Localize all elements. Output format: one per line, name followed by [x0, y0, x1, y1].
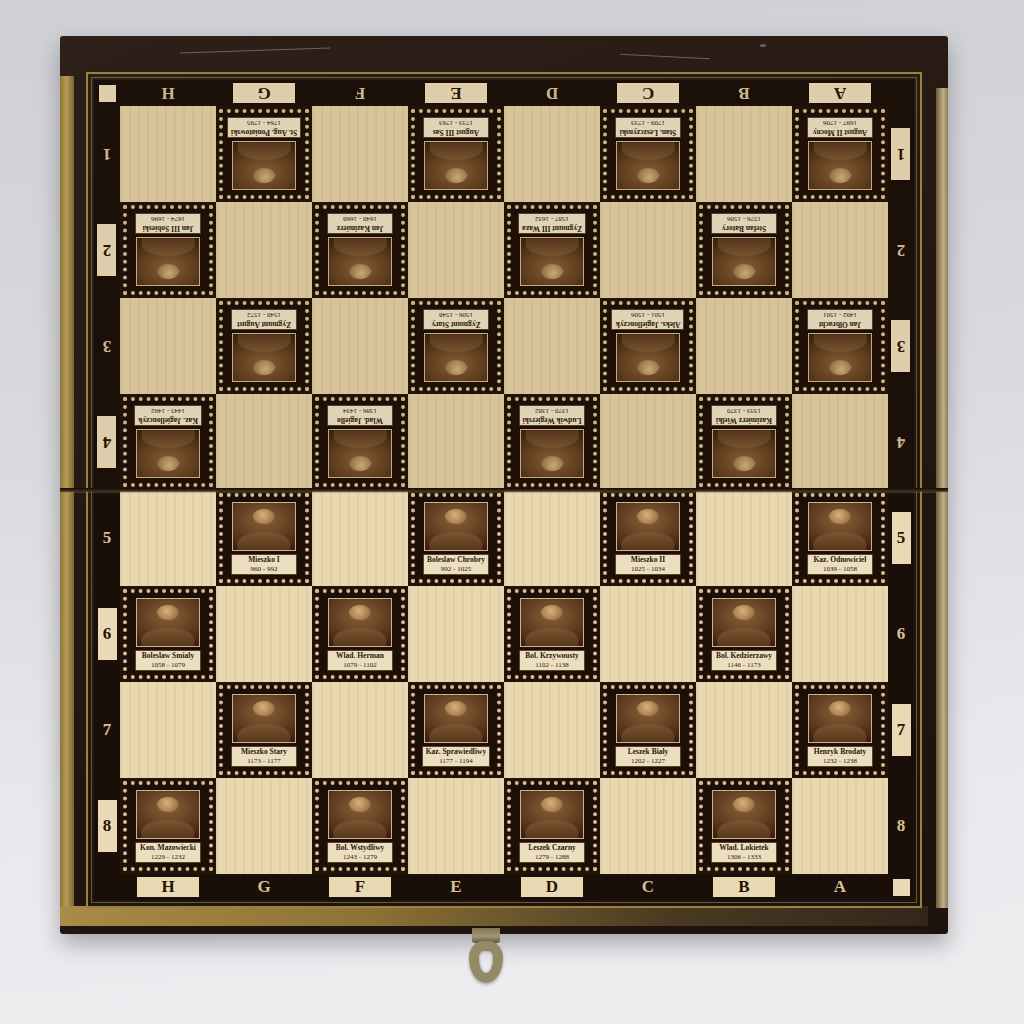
portrait-label: Mieszko I960 - 992 — [231, 554, 297, 575]
ornamental-frame: Boleslaw Smialy1058 - 1079 — [123, 589, 213, 679]
ornamental-frame: Boleslaw Chrobry992 - 1025 — [411, 493, 501, 583]
file-label-top-d: D — [504, 80, 600, 106]
king-portrait-f6 — [328, 598, 392, 647]
portrait-name: Jan Kazimierz — [331, 223, 389, 232]
king-portrait-d4 — [520, 429, 584, 478]
file-label-text: A — [834, 83, 846, 103]
portrait-label: Jan III Sobieski1674 - 1696 — [135, 213, 201, 234]
file-label-text: B — [738, 877, 749, 897]
file-label-bottom-h: H — [120, 874, 216, 900]
portrait-years: 1306 - 1333 — [715, 853, 773, 861]
portrait-years: 1146 - 1173 — [715, 661, 773, 669]
file-label-plate: F — [329, 877, 391, 897]
portrait-label: Aleks. Jagiellonczyk1501 - 1506 — [612, 309, 685, 330]
square-e8[interactable] — [408, 778, 504, 874]
square-c1[interactable]: Stan. Leszczynski1709 - 1733 — [600, 106, 696, 202]
square-h4[interactable]: Kaz. Jagiellonczyk1445 - 1492 — [120, 394, 216, 490]
portrait-content-h6: Boleslaw Smialy1058 - 1079 — [120, 586, 216, 682]
portrait-label: Bol. Krzywousty1102 - 1138 — [519, 650, 585, 671]
rank-label-text: 2 — [897, 240, 906, 260]
square-d7[interactable] — [504, 682, 600, 778]
square-e6[interactable] — [408, 586, 504, 682]
portrait-content-d8: Leszek Czarny1279 - 1288 — [504, 778, 600, 874]
portrait-label: Stefan Batory1576 - 1586 — [711, 213, 777, 234]
rank-label-text: 5 — [103, 528, 112, 548]
portrait-name: Kaz. Sprawiedliwy — [426, 748, 486, 757]
square-d2[interactable]: Zygmunt III Waza1587 - 1632 — [504, 202, 600, 298]
rank-label-right-8: 8 — [888, 778, 914, 874]
portrait-content-d2: Zygmunt III Waza1587 - 1632 — [504, 202, 600, 298]
board-corner-top-left — [94, 80, 120, 106]
portrait-label: Wlad. Jagiello1386 - 1434 — [327, 405, 393, 426]
square-d8[interactable]: Leszek Czarny1279 - 1288 — [504, 778, 600, 874]
rank-label-text: 7 — [897, 720, 906, 740]
portrait-name: Boleslaw Chrobry — [427, 556, 485, 565]
square-b1[interactable] — [696, 106, 792, 202]
file-label-text: E — [450, 877, 461, 897]
chess-board: HGFEDCBA1St. Aug. Poniatowski1764 - 1795… — [60, 36, 948, 934]
ornamental-frame: Mieszko Stary1173 - 1177 — [219, 685, 309, 775]
rank-label-left-2: 2 — [94, 202, 120, 298]
portrait-name: Ludwik Wegierski — [523, 415, 582, 424]
square-e1[interactable]: August III Sas1733 - 1763 — [408, 106, 504, 202]
gold-edge-left — [60, 76, 74, 924]
portrait-label: August III Sas1733 - 1763 — [423, 117, 489, 138]
square-b7[interactable] — [696, 682, 792, 778]
portrait-label: Kaz. Sprawiedliwy1177 - 1194 — [422, 746, 490, 767]
file-label-text: C — [642, 83, 654, 103]
file-label-text: G — [257, 877, 270, 897]
rank-label-left-1: 1 — [94, 106, 120, 202]
portrait-years: 1177 - 1194 — [426, 757, 486, 765]
square-f6[interactable]: Wlad. Herman1079 - 1102 — [312, 586, 408, 682]
square-d3[interactable] — [504, 298, 600, 394]
portrait-name: Bol. Kedzierzawy — [715, 652, 773, 661]
clasp-ring — [469, 941, 503, 983]
square-h2[interactable]: Jan III Sobieski1674 - 1696 — [120, 202, 216, 298]
king-portrait-g7 — [232, 694, 296, 743]
file-label-text: D — [546, 877, 558, 897]
ornamental-frame: Jan Kazimierz1648 - 1668 — [315, 205, 405, 295]
board-side-edge — [936, 88, 948, 908]
portrait-content-b6: Bol. Kedzierzawy1146 - 1173 — [696, 586, 792, 682]
rank-label-text: 5 — [897, 528, 906, 548]
portrait-name: Mieszko I — [235, 556, 293, 565]
rank-label-text: 6 — [897, 624, 906, 644]
portrait-years: 1506 - 1548 — [427, 311, 485, 319]
portrait-label: Zygmunt August1548 - 1572 — [231, 309, 297, 330]
portrait-name: August III Sas — [427, 127, 485, 136]
portrait-content-b4: Kazimierz Wielki1333 - 1370 — [696, 394, 792, 490]
square-b2[interactable]: Stefan Batory1576 - 1586 — [696, 202, 792, 298]
rank-label-plate: 4 — [98, 416, 117, 468]
portrait-years: 1243 - 1279 — [331, 853, 389, 861]
king-portrait-g3 — [232, 333, 296, 382]
portrait-years: 1648 - 1668 — [331, 215, 389, 223]
board-field: HGFEDCBA1St. Aug. Poniatowski1764 - 1795… — [94, 80, 914, 900]
ornamental-frame: Leszek Czarny1279 - 1288 — [507, 781, 597, 871]
square-d1[interactable] — [504, 106, 600, 202]
rank-label-text: 2 — [103, 240, 112, 260]
king-portrait-c1 — [616, 141, 680, 190]
portrait-label: Leszek Czarny1279 - 1288 — [519, 842, 585, 863]
file-label-bottom-c: C — [600, 874, 696, 900]
ornamental-frame: Kon. Mazowiecki1229 - 1232 — [123, 781, 213, 871]
square-a7[interactable]: Henryk Brodaty1232 - 1238 — [792, 682, 888, 778]
portrait-label: Kaz. Jagiellonczyk1445 - 1492 — [134, 405, 202, 426]
portrait-content-h2: Jan III Sobieski1674 - 1696 — [120, 202, 216, 298]
file-label-bottom-d: D — [504, 874, 600, 900]
rank-label-plate: 3 — [892, 320, 911, 372]
file-label-top-a: A — [792, 80, 888, 106]
portrait-name: Leszek Bialy — [619, 748, 677, 757]
file-label-plate: D — [521, 877, 583, 897]
portrait-content-f6: Wlad. Herman1079 - 1102 — [312, 586, 408, 682]
ornamental-frame: Henryk Brodaty1232 - 1238 — [795, 685, 885, 775]
square-h7[interactable] — [120, 682, 216, 778]
rank-label-text: 1 — [897, 144, 906, 164]
brass-clasp[interactable] — [466, 928, 506, 994]
ornamental-frame: August III Sas1733 - 1763 — [411, 109, 501, 199]
portrait-name: St. Aug. Poniatowski — [231, 127, 297, 136]
portrait-name: Zygmunt Stary — [427, 319, 485, 328]
portrait-content-a7: Henryk Brodaty1232 - 1238 — [792, 682, 888, 778]
king-portrait-c3 — [616, 333, 680, 382]
ornamental-frame: Bol. Kedzierzawy1146 - 1173 — [699, 589, 789, 679]
portrait-years: 992 - 1025 — [427, 565, 485, 573]
king-portrait-e3 — [424, 333, 488, 382]
square-f1[interactable] — [312, 106, 408, 202]
portrait-content-a1: August II Mocny1697 - 1706 — [792, 106, 888, 202]
rank-label-text: 4 — [897, 432, 906, 452]
square-b4[interactable]: Kazimierz Wielki1333 - 1370 — [696, 394, 792, 490]
portrait-years: 1039 - 1058 — [811, 565, 869, 573]
portrait-years: 1279 - 1288 — [523, 853, 581, 861]
portrait-name: Aleks. Jagiellonczyk — [616, 319, 681, 328]
rank-label-right-7: 7 — [888, 682, 914, 778]
square-h1[interactable] — [120, 106, 216, 202]
portrait-name: Wlad. Lokietek — [715, 844, 773, 853]
file-label-top-b: B — [696, 80, 792, 106]
rank-label-left-3: 3 — [94, 298, 120, 394]
square-e5[interactable]: Boleslaw Chrobry992 - 1025 — [408, 490, 504, 586]
square-d5[interactable] — [504, 490, 600, 586]
portrait-label: Kon. Mazowiecki1229 - 1232 — [135, 842, 201, 863]
portrait-years: 1501 - 1506 — [616, 311, 681, 319]
portrait-label: Zygmunt Stary1506 - 1548 — [423, 309, 489, 330]
file-label-top-h: H — [120, 80, 216, 106]
king-portrait-c7 — [616, 694, 680, 743]
rank-label-right-3: 3 — [888, 298, 914, 394]
portrait-label: Ludwik Wegierski1370 - 1382 — [519, 405, 586, 426]
square-a2[interactable] — [792, 202, 888, 298]
square-a3[interactable]: Jan Olbracht1492 - 1501 — [792, 298, 888, 394]
ornamental-frame: Kaz. Odnowiciel1039 - 1058 — [795, 493, 885, 583]
corner-plate — [893, 879, 910, 896]
portrait-content-h8: Kon. Mazowiecki1229 - 1232 — [120, 778, 216, 874]
portrait-name: Wlad. Herman — [331, 652, 389, 661]
portrait-years: 1025 - 1034 — [619, 565, 677, 573]
square-g1[interactable]: St. Aug. Poniatowski1764 - 1795 — [216, 106, 312, 202]
file-label-plate: C — [617, 83, 679, 103]
square-c6[interactable] — [600, 586, 696, 682]
portrait-name: Jan Olbracht — [811, 319, 869, 328]
portrait-years: 960 - 992 — [235, 565, 293, 573]
square-f8[interactable]: Bol. Wstydliwy1243 - 1279 — [312, 778, 408, 874]
portrait-content-b8: Wlad. Lokietek1306 - 1333 — [696, 778, 792, 874]
king-portrait-a1 — [808, 141, 872, 190]
portrait-label: Bol. Wstydliwy1243 - 1279 — [327, 842, 393, 863]
portrait-label: Bol. Kedzierzawy1146 - 1173 — [711, 650, 777, 671]
portrait-name: Bol. Wstydliwy — [331, 844, 389, 853]
file-label-text: G — [257, 83, 270, 103]
rank-label-right-2: 2 — [888, 202, 914, 298]
square-e7[interactable]: Kaz. Sprawiedliwy1177 - 1194 — [408, 682, 504, 778]
portrait-label: Jan Kazimierz1648 - 1668 — [327, 213, 393, 234]
king-portrait-b6 — [712, 598, 776, 647]
square-a1[interactable]: August II Mocny1697 - 1706 — [792, 106, 888, 202]
ornamental-frame: Wlad. Lokietek1306 - 1333 — [699, 781, 789, 871]
ornamental-frame: Stefan Batory1576 - 1586 — [699, 205, 789, 295]
portrait-content-f8: Bol. Wstydliwy1243 - 1279 — [312, 778, 408, 874]
ornamental-frame: Bol. Wstydliwy1243 - 1279 — [315, 781, 405, 871]
portrait-content-e5: Boleslaw Chrobry992 - 1025 — [408, 490, 504, 586]
file-label-text: F — [355, 83, 365, 103]
king-portrait-h8 — [136, 790, 200, 839]
portrait-years: 1697 - 1706 — [811, 119, 869, 127]
file-label-text: A — [834, 877, 846, 897]
king-portrait-a7 — [808, 694, 872, 743]
square-a6[interactable] — [792, 586, 888, 682]
ornamental-frame: Jan Olbracht1492 - 1501 — [795, 301, 885, 391]
portrait-years: 1079 - 1102 — [331, 661, 389, 669]
rank-label-plate: 6 — [98, 608, 117, 660]
king-portrait-a3 — [808, 333, 872, 382]
ornamental-frame: Aleks. Jagiellonczyk1501 - 1506 — [603, 301, 693, 391]
rank-label-left-4: 4 — [94, 394, 120, 490]
ornamental-frame: Stan. Leszczynski1709 - 1733 — [603, 109, 693, 199]
portrait-label: August II Mocny1697 - 1706 — [807, 117, 873, 138]
square-c3[interactable]: Aleks. Jagiellonczyk1501 - 1506 — [600, 298, 696, 394]
rank-label-text: 4 — [103, 432, 112, 452]
king-portrait-f2 — [328, 237, 392, 286]
king-portrait-d6 — [520, 598, 584, 647]
file-label-bottom-a: A — [792, 874, 888, 900]
board-corner-bottom-right — [888, 874, 914, 900]
square-e2[interactable] — [408, 202, 504, 298]
scratch-mark — [620, 54, 710, 60]
portrait-content-d4: Ludwik Wegierski1370 - 1382 — [504, 394, 600, 490]
square-a4[interactable] — [792, 394, 888, 490]
rank-label-left-5: 5 — [94, 490, 120, 586]
rank-label-plate: 1 — [892, 128, 911, 180]
file-label-bottom-f: F — [312, 874, 408, 900]
square-h8[interactable]: Kon. Mazowiecki1229 - 1232 — [120, 778, 216, 874]
portrait-name: Kaz. Odnowiciel — [811, 556, 869, 565]
king-portrait-e5 — [424, 502, 488, 551]
square-b6[interactable]: Bol. Kedzierzawy1146 - 1173 — [696, 586, 792, 682]
portrait-name: Leszek Czarny — [523, 844, 581, 853]
rank-label-plate: 7 — [892, 704, 911, 756]
file-label-top-g: G — [216, 80, 312, 106]
ornamental-frame: Mieszko I960 - 992 — [219, 493, 309, 583]
portrait-years: 1576 - 1586 — [715, 215, 773, 223]
rank-label-text: 8 — [103, 816, 112, 836]
portrait-years: 1764 - 1795 — [231, 119, 297, 127]
ornamental-frame: Zygmunt August1548 - 1572 — [219, 301, 309, 391]
square-b3[interactable] — [696, 298, 792, 394]
portrait-content-a3: Jan Olbracht1492 - 1501 — [792, 298, 888, 394]
portrait-label: Stan. Leszczynski1709 - 1733 — [615, 117, 681, 138]
portrait-name: Kon. Mazowiecki — [139, 844, 197, 853]
square-f3[interactable] — [312, 298, 408, 394]
king-portrait-h6 — [136, 598, 200, 647]
portrait-label: Mieszko Stary1173 - 1177 — [231, 746, 297, 767]
file-label-top-f: F — [312, 80, 408, 106]
rank-label-right-6: 6 — [888, 586, 914, 682]
portrait-name: August II Mocny — [811, 127, 869, 136]
portrait-name: Jan III Sobieski — [139, 223, 197, 232]
square-d4[interactable]: Ludwik Wegierski1370 - 1382 — [504, 394, 600, 490]
king-portrait-h2 — [136, 237, 200, 286]
square-g7[interactable]: Mieszko Stary1173 - 1177 — [216, 682, 312, 778]
portrait-years: 1587 - 1632 — [522, 215, 582, 223]
portrait-name: Henryk Brodaty — [811, 748, 869, 757]
square-a5[interactable]: Kaz. Odnowiciel1039 - 1058 — [792, 490, 888, 586]
portrait-years: 1058 - 1079 — [139, 661, 197, 669]
portrait-label: Jan Olbracht1492 - 1501 — [807, 309, 873, 330]
square-g5[interactable]: Mieszko I960 - 992 — [216, 490, 312, 586]
portrait-name: Kazimierz Wielki — [715, 415, 773, 424]
portrait-name: Kaz. Jagiellonczyk — [138, 415, 198, 424]
square-g6[interactable] — [216, 586, 312, 682]
square-g8[interactable] — [216, 778, 312, 874]
ornamental-frame: Wlad. Jagiello1386 - 1434 — [315, 397, 405, 487]
board-corner-top-right — [888, 80, 914, 106]
square-h6[interactable]: Boleslaw Smialy1058 - 1079 — [120, 586, 216, 682]
square-b5[interactable] — [696, 490, 792, 586]
portrait-label: Kaz. Odnowiciel1039 - 1058 — [807, 554, 873, 575]
portrait-content-g3: Zygmunt August1548 - 1572 — [216, 298, 312, 394]
square-c2[interactable] — [600, 202, 696, 298]
portrait-years: 1333 - 1370 — [715, 407, 773, 415]
square-e3[interactable]: Zygmunt Stary1506 - 1548 — [408, 298, 504, 394]
portrait-content-c5: Mieszko II1025 - 1034 — [600, 490, 696, 586]
file-label-text: H — [161, 877, 174, 897]
square-f5[interactable] — [312, 490, 408, 586]
rank-label-text: 7 — [103, 720, 112, 740]
square-d6[interactable]: Bol. Krzywousty1102 - 1138 — [504, 586, 600, 682]
rank-label-right-5: 5 — [888, 490, 914, 586]
portrait-years: 1202 - 1227 — [619, 757, 677, 765]
portrait-content-d6: Bol. Krzywousty1102 - 1138 — [504, 586, 600, 682]
square-f2[interactable]: Jan Kazimierz1648 - 1668 — [312, 202, 408, 298]
portrait-content-f2: Jan Kazimierz1648 - 1668 — [312, 202, 408, 298]
portrait-years: 1674 - 1696 — [139, 215, 197, 223]
portrait-label: Henryk Brodaty1232 - 1238 — [807, 746, 873, 767]
ornamental-frame: Wlad. Herman1079 - 1102 — [315, 589, 405, 679]
portrait-years: 1232 - 1238 — [811, 757, 869, 765]
portrait-content-h4: Kaz. Jagiellonczyk1445 - 1492 — [120, 394, 216, 490]
file-label-text: D — [546, 83, 558, 103]
file-label-text: H — [161, 83, 174, 103]
gold-edge-bottom — [60, 906, 928, 926]
king-portrait-a5 — [808, 502, 872, 551]
square-f4[interactable]: Wlad. Jagiello1386 - 1434 — [312, 394, 408, 490]
portrait-content-g5: Mieszko I960 - 992 — [216, 490, 312, 586]
board-corner-bottom-left — [94, 874, 120, 900]
portrait-label: Zygmunt III Waza1587 - 1632 — [518, 213, 586, 234]
file-label-text: B — [738, 83, 749, 103]
portrait-name: Boleslaw Smialy — [139, 652, 197, 661]
square-c8[interactable] — [600, 778, 696, 874]
portrait-content-c7: Leszek Bialy1202 - 1227 — [600, 682, 696, 778]
portrait-label: Wlad. Herman1079 - 1102 — [327, 650, 393, 671]
file-label-top-c: C — [600, 80, 696, 106]
square-a8[interactable] — [792, 778, 888, 874]
king-portrait-d2 — [520, 237, 584, 286]
square-g3[interactable]: Zygmunt August1548 - 1572 — [216, 298, 312, 394]
square-h5[interactable] — [120, 490, 216, 586]
portrait-content-g7: Mieszko Stary1173 - 1177 — [216, 682, 312, 778]
portrait-content-e3: Zygmunt Stary1506 - 1548 — [408, 298, 504, 394]
ornamental-frame: Kaz. Sprawiedliwy1177 - 1194 — [411, 685, 501, 775]
portrait-label: Boleslaw Chrobry992 - 1025 — [423, 554, 489, 575]
rank-label-right-1: 1 — [888, 106, 914, 202]
king-portrait-g5 — [232, 502, 296, 551]
square-c5[interactable]: Mieszko II1025 - 1034 — [600, 490, 696, 586]
file-label-plate: E — [425, 83, 487, 103]
ornamental-frame: Kazimierz Wielki1333 - 1370 — [699, 397, 789, 487]
portrait-years: 1492 - 1501 — [811, 311, 869, 319]
portrait-name: Wlad. Jagiello — [331, 415, 389, 424]
king-portrait-d8 — [520, 790, 584, 839]
rank-label-text: 3 — [103, 336, 112, 356]
ornamental-frame: Leszek Bialy1202 - 1227 — [603, 685, 693, 775]
portrait-label: Kazimierz Wielki1333 - 1370 — [711, 405, 777, 426]
portrait-label: Leszek Bialy1202 - 1227 — [615, 746, 681, 767]
scratch-mark — [180, 47, 330, 53]
king-portrait-f4 — [328, 429, 392, 478]
corner-plate — [99, 85, 116, 102]
square-g4[interactable] — [216, 394, 312, 490]
file-label-plate: H — [137, 877, 199, 897]
square-h3[interactable] — [120, 298, 216, 394]
file-label-bottom-g: G — [216, 874, 312, 900]
ornamental-frame: Kaz. Jagiellonczyk1445 - 1492 — [123, 397, 213, 487]
rank-label-text: 3 — [897, 336, 906, 356]
portrait-label: Boleslaw Smialy1058 - 1079 — [135, 650, 201, 671]
ornamental-frame: Zygmunt Stary1506 - 1548 — [411, 301, 501, 391]
portrait-content-b2: Stefan Batory1576 - 1586 — [696, 202, 792, 298]
portrait-years: 1548 - 1572 — [235, 311, 293, 319]
square-e4[interactable] — [408, 394, 504, 490]
king-portrait-b4 — [712, 429, 776, 478]
file-label-text: E — [450, 83, 461, 103]
file-label-plate: B — [713, 877, 775, 897]
ornamental-frame: August II Mocny1697 - 1706 — [795, 109, 885, 199]
rank-label-plate: 5 — [892, 512, 911, 564]
square-f7[interactable] — [312, 682, 408, 778]
portrait-content-c3: Aleks. Jagiellonczyk1501 - 1506 — [600, 298, 696, 394]
square-c7[interactable]: Leszek Bialy1202 - 1227 — [600, 682, 696, 778]
square-b8[interactable]: Wlad. Lokietek1306 - 1333 — [696, 778, 792, 874]
rank-label-left-7: 7 — [94, 682, 120, 778]
square-g2[interactable] — [216, 202, 312, 298]
square-c4[interactable] — [600, 394, 696, 490]
portrait-name: Zygmunt III Waza — [522, 223, 582, 232]
king-portrait-g1 — [232, 141, 296, 190]
